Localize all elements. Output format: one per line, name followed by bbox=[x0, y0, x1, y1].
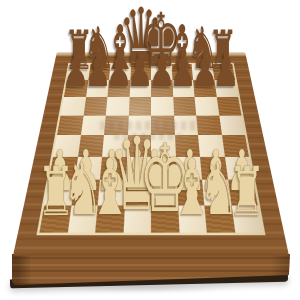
square-b6 bbox=[83, 97, 107, 115]
square-h6 bbox=[216, 97, 241, 115]
square-g8 bbox=[192, 64, 214, 80]
square-g3 bbox=[200, 156, 228, 179]
square-a3 bbox=[49, 156, 78, 179]
square-c5 bbox=[104, 115, 128, 135]
square-d1 bbox=[123, 205, 151, 233]
board-squares bbox=[36, 63, 265, 235]
square-c6 bbox=[106, 97, 129, 115]
board-frame bbox=[13, 53, 289, 256]
square-g1 bbox=[204, 205, 234, 233]
square-a6 bbox=[61, 97, 86, 115]
square-h8 bbox=[212, 64, 235, 80]
square-e2 bbox=[151, 180, 178, 205]
square-e6 bbox=[151, 97, 174, 115]
square-c1 bbox=[95, 205, 124, 233]
square-f2 bbox=[177, 180, 205, 205]
square-h2 bbox=[228, 180, 258, 205]
square-c2 bbox=[98, 180, 126, 205]
square-e4 bbox=[151, 135, 175, 156]
square-f6 bbox=[173, 97, 196, 115]
square-d6 bbox=[128, 97, 151, 115]
square-f8 bbox=[171, 64, 193, 80]
square-h3 bbox=[224, 156, 253, 179]
square-c3 bbox=[100, 156, 127, 179]
square-g2 bbox=[202, 180, 231, 205]
square-g7 bbox=[193, 80, 216, 97]
square-a5 bbox=[57, 115, 83, 135]
square-e1 bbox=[151, 205, 179, 233]
square-c8 bbox=[109, 64, 131, 80]
square-f1 bbox=[178, 205, 207, 233]
square-b3 bbox=[74, 156, 102, 179]
square-e8 bbox=[151, 64, 172, 80]
square-g6 bbox=[195, 97, 219, 115]
square-b8 bbox=[88, 64, 110, 80]
square-h7 bbox=[214, 80, 238, 97]
square-b2 bbox=[71, 180, 100, 205]
square-g4 bbox=[198, 135, 224, 156]
board-shadow bbox=[30, 283, 270, 293]
square-f7 bbox=[172, 80, 195, 97]
square-a2 bbox=[44, 180, 74, 205]
square-b4 bbox=[78, 135, 104, 156]
square-a1 bbox=[39, 205, 71, 233]
square-a8 bbox=[67, 64, 90, 80]
square-d3 bbox=[125, 156, 151, 179]
square-e3 bbox=[151, 156, 177, 179]
square-d7 bbox=[129, 80, 151, 97]
square-h1 bbox=[231, 205, 263, 233]
square-b1 bbox=[67, 205, 97, 233]
square-h5 bbox=[219, 115, 245, 135]
square-f4 bbox=[175, 135, 200, 156]
square-d4 bbox=[127, 135, 151, 156]
square-d8 bbox=[130, 64, 151, 80]
square-d2 bbox=[124, 180, 151, 205]
chess-board bbox=[13, 53, 289, 256]
product-photo: ♜♞♝♛♚♝♞♜♟♟♟♟♟♟♟♟♟♟♟♟♟♟♟♟♜♞♝♛♚♝♞♜ bbox=[0, 0, 300, 300]
square-a4 bbox=[53, 135, 80, 156]
square-f5 bbox=[174, 115, 198, 135]
square-c7 bbox=[107, 80, 130, 97]
square-c4 bbox=[102, 135, 127, 156]
square-a7 bbox=[64, 80, 88, 97]
square-b5 bbox=[81, 115, 106, 135]
square-e7 bbox=[151, 80, 173, 97]
square-b7 bbox=[86, 80, 109, 97]
square-d5 bbox=[128, 115, 152, 135]
square-e5 bbox=[151, 115, 175, 135]
square-h4 bbox=[222, 135, 249, 156]
square-f3 bbox=[175, 156, 202, 179]
square-g5 bbox=[196, 115, 221, 135]
